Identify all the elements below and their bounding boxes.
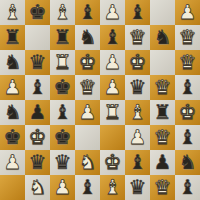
square-e7[interactable]: ♝: [100, 25, 125, 50]
piece-white-rook: ♜: [54, 50, 72, 75]
square-g5[interactable]: ♛: [150, 75, 175, 100]
piece-black-bishop: ♝: [29, 75, 47, 100]
square-a3[interactable]: ♚: [0, 125, 25, 150]
piece-black-bishop: ♝: [179, 125, 197, 150]
square-c6[interactable]: ♜: [50, 50, 75, 75]
piece-black-knight: ♞: [4, 100, 22, 125]
square-e4[interactable]: ♜: [100, 100, 125, 125]
square-e5[interactable]: ♟: [100, 75, 125, 100]
square-b7[interactable]: [25, 25, 50, 50]
piece-white-bishop: ♝: [4, 0, 22, 25]
square-g1[interactable]: ♛: [150, 175, 175, 200]
piece-white-knight: ♞: [79, 150, 97, 175]
square-a5[interactable]: ♟: [0, 75, 25, 100]
square-h7[interactable]: ♛: [175, 25, 200, 50]
piece-black-knight: ♞: [154, 25, 172, 50]
piece-white-queen: ♛: [79, 75, 97, 100]
square-b5[interactable]: ♝: [25, 75, 50, 100]
square-f8[interactable]: ♝: [125, 0, 150, 25]
square-a1[interactable]: [0, 175, 25, 200]
piece-black-king: ♚: [54, 125, 72, 150]
square-d8[interactable]: ♝: [75, 0, 100, 25]
piece-white-queen: ♛: [179, 25, 197, 50]
piece-white-king: ♚: [179, 100, 197, 125]
piece-black-pawn: ♟: [29, 100, 47, 125]
square-e8[interactable]: ♟: [100, 0, 125, 25]
piece-white-pawn: ♟: [104, 50, 122, 75]
square-d4[interactable]: ♟: [75, 100, 100, 125]
piece-black-knight: ♞: [79, 25, 97, 50]
square-g6[interactable]: [150, 50, 175, 75]
piece-white-king: ♚: [129, 50, 147, 75]
piece-white-pawn: ♟: [4, 150, 22, 175]
square-d5[interactable]: ♛: [75, 75, 100, 100]
piece-black-pawn: ♟: [154, 150, 172, 175]
square-b2[interactable]: ♛: [25, 150, 50, 175]
piece-white-king: ♚: [79, 50, 97, 75]
square-c7[interactable]: ♜: [50, 25, 75, 50]
piece-black-bishop: ♝: [179, 175, 197, 200]
piece-white-pawn: ♟: [104, 0, 122, 25]
square-c4[interactable]: ♝: [50, 100, 75, 125]
piece-black-bishop: ♝: [79, 175, 97, 200]
piece-white-king: ♚: [29, 125, 47, 150]
square-g7[interactable]: ♞: [150, 25, 175, 50]
square-g3[interactable]: ♛: [150, 125, 175, 150]
square-c5[interactable]: ♚: [50, 75, 75, 100]
square-g2[interactable]: ♟: [150, 150, 175, 175]
square-h4[interactable]: ♚: [175, 100, 200, 125]
piece-black-queen: ♛: [29, 150, 47, 175]
square-f4[interactable]: ♝: [125, 100, 150, 125]
piece-white-queen: ♛: [154, 125, 172, 150]
piece-black-rook: ♜: [154, 100, 172, 125]
piece-black-king: ♚: [4, 125, 22, 150]
square-f3[interactable]: ♟: [125, 125, 150, 150]
square-g8[interactable]: [150, 0, 175, 25]
piece-white-pawn: ♟: [4, 75, 22, 100]
chess-app: ♝♚♝♝♟♝♟♜♜♞♝♛♞♛♞♛♜♚♟♚♛♟♝♚♛♟♛♛♝♞♟♝♟♜♝♜♚♚♚♚…: [0, 0, 200, 200]
square-h2[interactable]: ♞: [175, 150, 200, 175]
piece-black-rook: ♜: [54, 25, 72, 50]
square-b3[interactable]: ♚: [25, 125, 50, 150]
square-e6[interactable]: ♟: [100, 50, 125, 75]
piece-white-queen: ♛: [154, 175, 172, 200]
square-a4[interactable]: ♞: [0, 100, 25, 125]
square-f1[interactable]: ♛: [125, 175, 150, 200]
square-e1[interactable]: ♝: [100, 175, 125, 200]
square-c1[interactable]: ♟: [50, 175, 75, 200]
square-c8[interactable]: ♝: [50, 0, 75, 25]
piece-black-rook: ♜: [4, 25, 22, 50]
piece-black-bishop: ♝: [79, 0, 97, 25]
piece-black-king: ♚: [54, 75, 72, 100]
square-a7[interactable]: ♜: [0, 25, 25, 50]
piece-white-bishop: ♝: [54, 0, 72, 25]
piece-black-king: ♚: [29, 0, 47, 25]
piece-white-pawn: ♟: [54, 175, 72, 200]
square-g4[interactable]: ♜: [150, 100, 175, 125]
piece-black-bishop: ♝: [104, 25, 122, 50]
square-a8[interactable]: ♝: [0, 0, 25, 25]
square-f5[interactable]: ♛: [125, 75, 150, 100]
piece-black-queen: ♛: [129, 75, 147, 100]
square-e2[interactable]: ♚: [100, 150, 125, 175]
square-c2[interactable]: ♛: [50, 150, 75, 175]
square-h6[interactable]: ♛: [175, 50, 200, 75]
piece-black-knight: ♞: [4, 50, 22, 75]
square-d3[interactable]: [75, 125, 100, 150]
square-a6[interactable]: ♞: [0, 50, 25, 75]
square-e3[interactable]: [100, 125, 125, 150]
piece-white-knight: ♞: [29, 175, 47, 200]
piece-white-queen: ♛: [179, 50, 197, 75]
piece-white-rook: ♜: [104, 100, 122, 125]
square-f6[interactable]: ♚: [125, 50, 150, 75]
square-f7[interactable]: ♛: [125, 25, 150, 50]
square-f2[interactable]: ♝: [125, 150, 150, 175]
piece-black-queen: ♛: [54, 150, 72, 175]
piece-black-bishop: ♝: [54, 100, 72, 125]
square-d7[interactable]: ♞: [75, 25, 100, 50]
square-h8[interactable]: ♟: [175, 0, 200, 25]
chess-board: ♝♚♝♝♟♝♟♜♜♞♝♛♞♛♞♛♜♚♟♚♛♟♝♚♛♟♛♛♝♞♟♝♟♜♝♜♚♚♚♚…: [0, 0, 200, 200]
square-d2[interactable]: ♞: [75, 150, 100, 175]
piece-black-queen: ♛: [129, 175, 147, 200]
square-b8[interactable]: ♚: [25, 0, 50, 25]
square-b4[interactable]: ♟: [25, 100, 50, 125]
square-h5[interactable]: ♝: [175, 75, 200, 100]
square-c3[interactable]: ♚: [50, 125, 75, 150]
piece-white-pawn: ♟: [129, 125, 147, 150]
square-b1[interactable]: ♞: [25, 175, 50, 200]
piece-white-pawn: ♟: [79, 100, 97, 125]
piece-black-knight: ♞: [179, 150, 197, 175]
piece-white-pawn: ♟: [104, 75, 122, 100]
piece-black-bishop: ♝: [129, 150, 147, 175]
piece-white-bishop: ♝: [104, 175, 122, 200]
piece-black-queen: ♛: [29, 50, 47, 75]
piece-black-bishop: ♝: [129, 0, 147, 25]
piece-white-pawn: ♟: [179, 0, 197, 25]
square-h1[interactable]: ♝: [175, 175, 200, 200]
square-d6[interactable]: ♚: [75, 50, 100, 75]
square-h3[interactable]: ♝: [175, 125, 200, 150]
piece-white-king: ♚: [104, 150, 122, 175]
piece-white-queen: ♛: [154, 75, 172, 100]
piece-black-bishop: ♝: [179, 75, 197, 100]
piece-white-queen: ♛: [129, 25, 147, 50]
square-b6[interactable]: ♛: [25, 50, 50, 75]
square-a2[interactable]: ♟: [0, 150, 25, 175]
square-d1[interactable]: ♝: [75, 175, 100, 200]
piece-white-bishop: ♝: [129, 100, 147, 125]
